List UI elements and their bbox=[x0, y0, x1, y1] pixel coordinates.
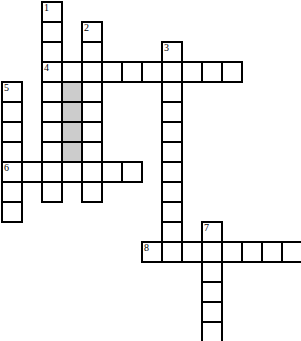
cell-r8c3[interactable] bbox=[61, 161, 83, 183]
cell-r3c9[interactable] bbox=[181, 61, 203, 83]
cell-r5c0[interactable] bbox=[1, 101, 23, 123]
cell-r6c2[interactable] bbox=[41, 121, 63, 143]
cell-r4c8[interactable] bbox=[161, 81, 183, 103]
cell-r4c2[interactable] bbox=[41, 81, 63, 103]
cell-r2c4[interactable] bbox=[81, 41, 103, 63]
cell-r4c3-shaded[interactable] bbox=[61, 81, 83, 103]
cell-r13c10[interactable] bbox=[201, 261, 223, 283]
cell-r11c8[interactable] bbox=[161, 221, 183, 243]
crossword-board: 12345678 bbox=[2, 2, 301, 341]
clue-number-3: 3 bbox=[164, 43, 169, 53]
cell-r5c3-shaded[interactable] bbox=[61, 101, 83, 123]
cell-r12c13[interactable] bbox=[261, 241, 283, 263]
cell-r9c2[interactable] bbox=[41, 181, 63, 203]
cell-r3c4[interactable] bbox=[81, 61, 103, 83]
cell-r8c2[interactable] bbox=[41, 161, 63, 183]
cell-r8c5[interactable] bbox=[101, 161, 123, 183]
cell-r8c4[interactable] bbox=[81, 161, 103, 183]
cell-r11c10[interactable]: 7 bbox=[201, 221, 223, 243]
cell-r14c10[interactable] bbox=[201, 281, 223, 303]
cell-r12c8[interactable] bbox=[161, 241, 183, 263]
cell-r8c1[interactable] bbox=[21, 161, 43, 183]
cell-r1c4[interactable]: 2 bbox=[81, 21, 103, 43]
cell-r8c6[interactable] bbox=[121, 161, 143, 183]
clue-number-7: 7 bbox=[204, 223, 209, 233]
cell-r3c8[interactable] bbox=[161, 61, 183, 83]
cell-r7c4[interactable] bbox=[81, 141, 103, 163]
clue-number-1: 1 bbox=[44, 3, 49, 13]
cell-r3c5[interactable] bbox=[101, 61, 123, 83]
cell-r3c2[interactable]: 4 bbox=[41, 61, 63, 83]
cell-r9c0[interactable] bbox=[1, 181, 23, 203]
cell-r5c8[interactable] bbox=[161, 101, 183, 123]
cell-r12c7[interactable]: 8 bbox=[141, 241, 163, 263]
cell-r5c2[interactable] bbox=[41, 101, 63, 123]
cell-r12c11[interactable] bbox=[221, 241, 243, 263]
clue-number-8: 8 bbox=[144, 243, 149, 253]
cell-r3c7[interactable] bbox=[141, 61, 163, 83]
cell-r12c12[interactable] bbox=[241, 241, 263, 263]
cell-r0c2[interactable]: 1 bbox=[41, 1, 63, 23]
cell-r9c8[interactable] bbox=[161, 181, 183, 203]
cell-r7c8[interactable] bbox=[161, 141, 183, 163]
cell-r10c8[interactable] bbox=[161, 201, 183, 223]
cell-r6c4[interactable] bbox=[81, 121, 103, 143]
cell-r6c3-shaded[interactable] bbox=[61, 121, 83, 143]
clue-number-5: 5 bbox=[4, 83, 9, 93]
cell-r3c6[interactable] bbox=[121, 61, 143, 83]
cell-r7c2[interactable] bbox=[41, 141, 63, 163]
cell-r12c14[interactable] bbox=[281, 241, 301, 263]
cell-r4c0[interactable]: 5 bbox=[1, 81, 23, 103]
cell-r15c10[interactable] bbox=[201, 301, 223, 323]
cell-r7c0[interactable] bbox=[1, 141, 23, 163]
cell-r5c4[interactable] bbox=[81, 101, 103, 123]
cell-r16c10[interactable] bbox=[201, 321, 223, 341]
clue-number-4: 4 bbox=[44, 63, 49, 73]
cell-r6c8[interactable] bbox=[161, 121, 183, 143]
crossword-puzzle: 12345678 bbox=[0, 0, 301, 341]
cell-r3c3[interactable] bbox=[61, 61, 83, 83]
clue-number-6: 6 bbox=[4, 163, 9, 173]
cell-r3c11[interactable] bbox=[221, 61, 243, 83]
cell-r6c0[interactable] bbox=[1, 121, 23, 143]
cell-r2c2[interactable] bbox=[41, 41, 63, 63]
cell-r1c2[interactable] bbox=[41, 21, 63, 43]
cell-r8c0[interactable]: 6 bbox=[1, 161, 23, 183]
clue-number-2: 2 bbox=[84, 23, 89, 33]
cell-r3c10[interactable] bbox=[201, 61, 223, 83]
cell-r10c0[interactable] bbox=[1, 201, 23, 223]
cell-r7c3-shaded[interactable] bbox=[61, 141, 83, 163]
cell-r2c8[interactable]: 3 bbox=[161, 41, 183, 63]
cell-r12c10[interactable] bbox=[201, 241, 223, 263]
cell-r8c8[interactable] bbox=[161, 161, 183, 183]
cell-r4c4[interactable] bbox=[81, 81, 103, 103]
cell-r12c9[interactable] bbox=[181, 241, 203, 263]
cell-r9c4[interactable] bbox=[81, 181, 103, 203]
